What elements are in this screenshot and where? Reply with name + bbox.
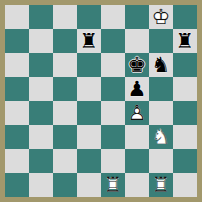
square-f5[interactable]: ♟ (125, 77, 149, 101)
white-king[interactable]: ♚♔ (149, 5, 173, 29)
square-g8[interactable]: ♚♔ (149, 5, 173, 29)
square-a5[interactable] (5, 77, 29, 101)
square-e1[interactable]: ♜♖ (101, 173, 125, 197)
square-b1[interactable] (29, 173, 53, 197)
square-c1[interactable] (53, 173, 77, 197)
white-knight[interactable]: ♞♘ (149, 125, 173, 149)
white-king-outline: ♔ (149, 5, 173, 29)
square-c4[interactable] (53, 101, 77, 125)
black-pawn-glyph: ♟ (125, 77, 149, 101)
square-e7[interactable] (101, 29, 125, 53)
square-h6[interactable] (173, 53, 197, 77)
square-a1[interactable] (5, 173, 29, 197)
square-d6[interactable] (77, 53, 101, 77)
square-e8[interactable] (101, 5, 125, 29)
square-g4[interactable] (149, 101, 173, 125)
black-rook-glyph: ♜ (173, 29, 197, 53)
black-king-glyph: ♚ (125, 53, 149, 77)
black-king[interactable]: ♚ (125, 53, 149, 77)
white-pawn-outline: ♙ (125, 101, 149, 125)
square-d4[interactable] (77, 101, 101, 125)
square-h8[interactable] (173, 5, 197, 29)
square-d1[interactable] (77, 173, 101, 197)
square-c7[interactable] (53, 29, 77, 53)
square-b3[interactable] (29, 125, 53, 149)
square-f3[interactable] (125, 125, 149, 149)
square-b5[interactable] (29, 77, 53, 101)
square-f8[interactable] (125, 5, 149, 29)
square-h7[interactable]: ♜ (173, 29, 197, 53)
square-g5[interactable] (149, 77, 173, 101)
square-g6[interactable]: ♞ (149, 53, 173, 77)
square-e6[interactable] (101, 53, 125, 77)
white-rook[interactable]: ♜♖ (101, 173, 125, 197)
square-h4[interactable] (173, 101, 197, 125)
black-pawn[interactable]: ♟ (125, 77, 149, 101)
square-f1[interactable] (125, 173, 149, 197)
black-rook-glyph: ♜ (77, 29, 101, 53)
square-h3[interactable] (173, 125, 197, 149)
square-e2[interactable] (101, 149, 125, 173)
square-g2[interactable] (149, 149, 173, 173)
square-h5[interactable] (173, 77, 197, 101)
square-c6[interactable] (53, 53, 77, 77)
white-rook-outline: ♖ (101, 173, 125, 197)
square-a8[interactable] (5, 5, 29, 29)
square-f7[interactable] (125, 29, 149, 53)
square-d5[interactable] (77, 77, 101, 101)
square-f6[interactable]: ♚ (125, 53, 149, 77)
square-f4[interactable]: ♟♙ (125, 101, 149, 125)
square-f2[interactable] (125, 149, 149, 173)
square-d2[interactable] (77, 149, 101, 173)
board-frame: ♚♔♜♜♚♞♟♟♙♞♘♜♖♜♖ (0, 0, 202, 202)
square-e3[interactable] (101, 125, 125, 149)
square-b6[interactable] (29, 53, 53, 77)
square-a6[interactable] (5, 53, 29, 77)
chess-board: ♚♔♜♜♚♞♟♟♙♞♘♜♖♜♖ (5, 5, 197, 197)
square-d3[interactable] (77, 125, 101, 149)
black-knight[interactable]: ♞ (149, 53, 173, 77)
black-rook[interactable]: ♜ (173, 29, 197, 53)
square-h2[interactable] (173, 149, 197, 173)
square-b7[interactable] (29, 29, 53, 53)
square-a2[interactable] (5, 149, 29, 173)
square-c5[interactable] (53, 77, 77, 101)
black-rook[interactable]: ♜ (77, 29, 101, 53)
square-d8[interactable] (77, 5, 101, 29)
square-c3[interactable] (53, 125, 77, 149)
white-pawn[interactable]: ♟♙ (125, 101, 149, 125)
square-d7[interactable]: ♜ (77, 29, 101, 53)
square-h1[interactable] (173, 173, 197, 197)
square-a7[interactable] (5, 29, 29, 53)
black-knight-glyph: ♞ (149, 53, 173, 77)
square-e5[interactable] (101, 77, 125, 101)
square-b4[interactable] (29, 101, 53, 125)
white-knight-outline: ♘ (149, 125, 173, 149)
square-e4[interactable] (101, 101, 125, 125)
square-c2[interactable] (53, 149, 77, 173)
square-b2[interactable] (29, 149, 53, 173)
square-c8[interactable] (53, 5, 77, 29)
square-a3[interactable] (5, 125, 29, 149)
square-g3[interactable]: ♞♘ (149, 125, 173, 149)
square-g7[interactable] (149, 29, 173, 53)
white-rook-outline: ♖ (149, 173, 173, 197)
square-a4[interactable] (5, 101, 29, 125)
square-b8[interactable] (29, 5, 53, 29)
square-g1[interactable]: ♜♖ (149, 173, 173, 197)
white-rook[interactable]: ♜♖ (149, 173, 173, 197)
